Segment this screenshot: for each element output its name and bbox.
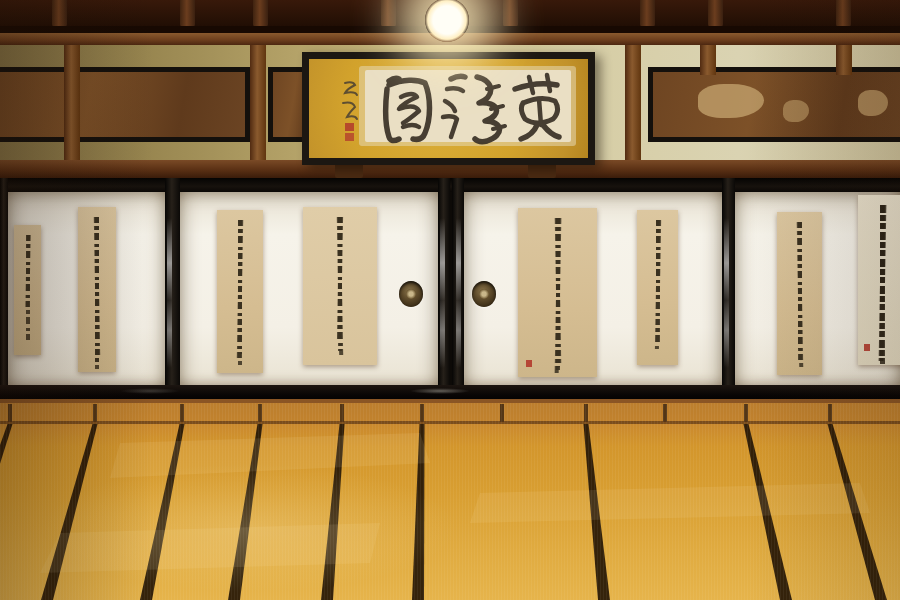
calligraphy-plaque <box>302 52 595 165</box>
ceiling-bracket <box>180 0 195 27</box>
rail-reflection <box>410 388 470 394</box>
door-frame <box>165 178 180 400</box>
torn-paper-patch <box>698 84 764 118</box>
door-top-rail <box>0 178 900 192</box>
red-seal <box>345 123 354 131</box>
frame-reflection <box>724 218 729 368</box>
ceiling-bracket <box>381 0 396 27</box>
framed-wall-board-left <box>0 67 250 142</box>
calligraphy-scroll-6 <box>637 210 678 365</box>
door-pull-hikite <box>472 281 496 307</box>
wall-post <box>64 45 80 162</box>
plaque-signature <box>343 82 357 119</box>
temple-room-photo <box>0 0 900 600</box>
calligraphy-scroll-2 <box>78 207 116 372</box>
wall-post <box>700 45 716 75</box>
torn-paper-patch <box>783 100 809 122</box>
tatami-floor <box>0 403 900 600</box>
framed-wall-board-right <box>648 67 900 142</box>
door-pull-hikite <box>399 281 423 307</box>
ceiling-bracket <box>52 0 67 27</box>
door-frame-center-right <box>452 178 464 400</box>
ceiling-bracket <box>503 0 518 27</box>
calligraphy-scroll-4 <box>303 207 377 365</box>
ceiling-bracket <box>708 0 723 27</box>
light-bulb <box>425 0 469 42</box>
ceiling-bracket <box>640 0 655 27</box>
plaque-artwork <box>309 59 588 158</box>
frame-reflection <box>167 218 172 368</box>
ceiling-bracket <box>836 0 851 27</box>
calligraphy-scroll-7 <box>777 212 822 375</box>
wall-post <box>836 45 852 75</box>
calligraphy-scroll-8 <box>858 195 900 365</box>
rail-reflection <box>120 388 180 394</box>
door-frame <box>0 178 8 400</box>
calligraphy-scroll-1 <box>14 225 41 355</box>
wall-post <box>250 45 266 162</box>
hikite-center <box>479 289 489 299</box>
door-frame <box>722 178 735 400</box>
red-seal <box>526 360 532 367</box>
red-seal <box>345 133 354 141</box>
tatami-sheen <box>40 463 460 593</box>
frame-reflection <box>456 218 461 368</box>
ceiling-bracket <box>253 0 268 27</box>
red-seal <box>864 344 870 351</box>
torn-paper-patch <box>858 90 888 116</box>
door-frame-center-left <box>438 178 450 400</box>
frame-reflection <box>440 218 445 368</box>
hikite-center <box>406 289 416 299</box>
calligraphy-scroll-5 <box>518 208 597 377</box>
calligraphy-scroll-3 <box>217 210 263 373</box>
wall-post <box>625 45 641 162</box>
